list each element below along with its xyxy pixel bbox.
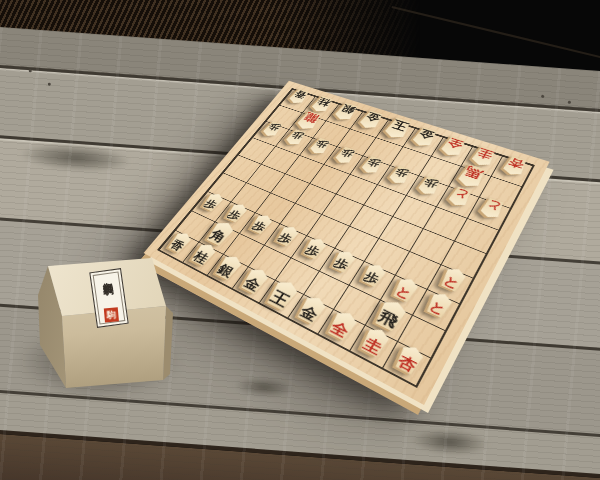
box-label-seal: 駒 xyxy=(104,307,119,322)
background-edge-line xyxy=(392,6,600,60)
box-seal-text: 駒 xyxy=(106,308,116,322)
box-label-text: 御将棋駒 xyxy=(99,273,113,279)
piece-box[interactable]: 御将棋駒 駒 xyxy=(20,250,180,398)
photo-scene: 香桂銀金玉金全圭杏龍馬歩歩歩歩歩歩歩ととと歩歩歩歩歩歩歩とと角飛香桂銀金王金全圭… xyxy=(0,0,600,480)
